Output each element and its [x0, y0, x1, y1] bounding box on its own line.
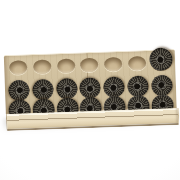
tray-hole [128, 56, 146, 71]
tray-hole [33, 59, 51, 74]
tray-socket [30, 54, 55, 79]
tray-hole [80, 58, 98, 73]
tray-socket [30, 78, 55, 100]
tray-top-surface [4, 49, 177, 114]
tray-socket [102, 76, 127, 98]
tray-hole [57, 59, 75, 74]
tray-socket [6, 55, 31, 80]
product-photo [0, 0, 180, 180]
tray-hole [104, 57, 122, 72]
tray-socket [126, 75, 151, 97]
collet-tray-board [4, 49, 177, 128]
collet-piece [145, 43, 177, 75]
collet-piece [80, 77, 102, 99]
tray-socket [150, 74, 175, 96]
socket-grid [4, 50, 177, 114]
tray-socket [149, 50, 174, 75]
tray-socket [53, 53, 78, 78]
tray-socket [101, 52, 126, 77]
tray-socket [77, 53, 102, 78]
tray-hole [9, 60, 27, 75]
tray-socket [54, 77, 79, 99]
tray-socket [7, 79, 32, 101]
tray-socket [125, 51, 150, 76]
tray-socket [78, 77, 103, 99]
